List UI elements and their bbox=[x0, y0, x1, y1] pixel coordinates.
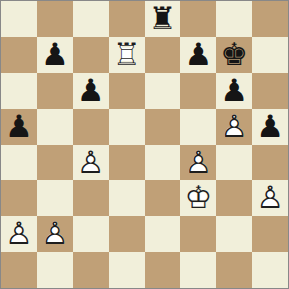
black-pawn: ♟ bbox=[1, 109, 37, 145]
square-e3[interactable] bbox=[145, 180, 181, 216]
white-pawn: ♙ bbox=[252, 180, 288, 216]
chess-board: ♜♟♜♖♟♚♟♟♟♟♙♟♟♙♟♙♚♔♟♙♟♙♟♙ bbox=[0, 0, 289, 289]
square-e5[interactable] bbox=[145, 109, 181, 145]
square-d2[interactable] bbox=[109, 216, 145, 252]
black-pawn: ♟ bbox=[73, 73, 109, 109]
square-f3[interactable]: ♚♔ bbox=[180, 180, 216, 216]
square-f1[interactable] bbox=[180, 252, 216, 288]
white-pawn-fill: ♟ bbox=[252, 180, 288, 216]
white-pawn-fill: ♟ bbox=[73, 145, 109, 181]
square-c1[interactable] bbox=[73, 252, 109, 288]
square-e2[interactable] bbox=[145, 216, 181, 252]
square-a4[interactable] bbox=[1, 145, 37, 181]
square-g3[interactable] bbox=[216, 180, 252, 216]
white-rook-fill: ♜ bbox=[109, 37, 145, 73]
square-h8[interactable] bbox=[252, 1, 288, 37]
square-b5[interactable] bbox=[37, 109, 73, 145]
square-a1[interactable] bbox=[1, 252, 37, 288]
square-a2[interactable]: ♟♙ bbox=[1, 216, 37, 252]
black-pawn: ♟ bbox=[252, 109, 288, 145]
square-a3[interactable] bbox=[1, 180, 37, 216]
black-pawn: ♟ bbox=[216, 73, 252, 109]
square-b3[interactable] bbox=[37, 180, 73, 216]
square-h4[interactable] bbox=[252, 145, 288, 181]
white-pawn-fill: ♟ bbox=[37, 216, 73, 252]
square-c6[interactable]: ♟ bbox=[73, 73, 109, 109]
square-f5[interactable] bbox=[180, 109, 216, 145]
square-e4[interactable] bbox=[145, 145, 181, 181]
square-c5[interactable] bbox=[73, 109, 109, 145]
white-pawn: ♙ bbox=[37, 216, 73, 252]
white-king-fill: ♚ bbox=[180, 180, 216, 216]
white-pawn-fill: ♟ bbox=[1, 216, 37, 252]
square-b1[interactable] bbox=[37, 252, 73, 288]
square-d4[interactable] bbox=[109, 145, 145, 181]
white-pawn: ♙ bbox=[216, 109, 252, 145]
square-e1[interactable] bbox=[145, 252, 181, 288]
white-pawn: ♙ bbox=[180, 145, 216, 181]
square-b2[interactable]: ♟♙ bbox=[37, 216, 73, 252]
square-c8[interactable] bbox=[73, 1, 109, 37]
square-h5[interactable]: ♟ bbox=[252, 109, 288, 145]
square-h2[interactable] bbox=[252, 216, 288, 252]
square-g4[interactable] bbox=[216, 145, 252, 181]
square-b8[interactable] bbox=[37, 1, 73, 37]
square-d8[interactable] bbox=[109, 1, 145, 37]
square-d5[interactable] bbox=[109, 109, 145, 145]
square-g5[interactable]: ♟♙ bbox=[216, 109, 252, 145]
square-c2[interactable] bbox=[73, 216, 109, 252]
black-pawn: ♟ bbox=[37, 37, 73, 73]
black-pawn: ♟ bbox=[180, 37, 216, 73]
square-g6[interactable]: ♟ bbox=[216, 73, 252, 109]
square-a6[interactable] bbox=[1, 73, 37, 109]
square-e7[interactable] bbox=[145, 37, 181, 73]
white-pawn: ♙ bbox=[73, 145, 109, 181]
white-pawn-fill: ♟ bbox=[216, 109, 252, 145]
white-pawn: ♙ bbox=[1, 216, 37, 252]
square-g2[interactable] bbox=[216, 216, 252, 252]
square-h7[interactable] bbox=[252, 37, 288, 73]
black-rook: ♜ bbox=[145, 1, 181, 37]
square-d1[interactable] bbox=[109, 252, 145, 288]
white-rook: ♖ bbox=[109, 37, 145, 73]
black-king: ♚ bbox=[216, 37, 252, 73]
square-g7[interactable]: ♚ bbox=[216, 37, 252, 73]
square-h1[interactable] bbox=[252, 252, 288, 288]
square-c3[interactable] bbox=[73, 180, 109, 216]
square-e6[interactable] bbox=[145, 73, 181, 109]
square-a8[interactable] bbox=[1, 1, 37, 37]
square-f8[interactable] bbox=[180, 1, 216, 37]
square-f7[interactable]: ♟ bbox=[180, 37, 216, 73]
square-d3[interactable] bbox=[109, 180, 145, 216]
square-c4[interactable]: ♟♙ bbox=[73, 145, 109, 181]
square-g8[interactable] bbox=[216, 1, 252, 37]
white-king: ♔ bbox=[180, 180, 216, 216]
white-pawn-fill: ♟ bbox=[180, 145, 216, 181]
square-d7[interactable]: ♜♖ bbox=[109, 37, 145, 73]
square-d6[interactable] bbox=[109, 73, 145, 109]
square-f2[interactable] bbox=[180, 216, 216, 252]
square-b7[interactable]: ♟ bbox=[37, 37, 73, 73]
square-f6[interactable] bbox=[180, 73, 216, 109]
square-h3[interactable]: ♟♙ bbox=[252, 180, 288, 216]
square-b6[interactable] bbox=[37, 73, 73, 109]
square-h6[interactable] bbox=[252, 73, 288, 109]
square-b4[interactable] bbox=[37, 145, 73, 181]
square-f4[interactable]: ♟♙ bbox=[180, 145, 216, 181]
square-a5[interactable]: ♟ bbox=[1, 109, 37, 145]
square-a7[interactable] bbox=[1, 37, 37, 73]
square-c7[interactable] bbox=[73, 37, 109, 73]
square-g1[interactable] bbox=[216, 252, 252, 288]
square-e8[interactable]: ♜ bbox=[145, 1, 181, 37]
